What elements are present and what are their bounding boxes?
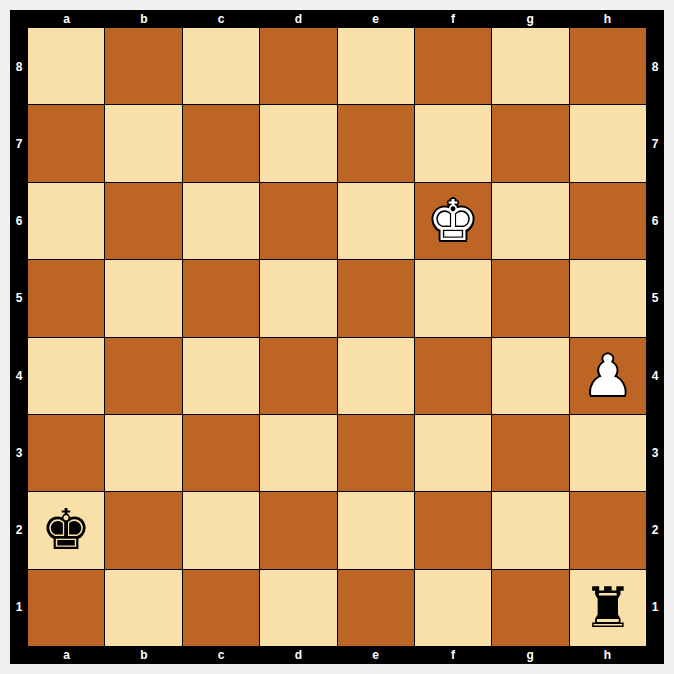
square-f3[interactable] (415, 415, 491, 491)
rank-labels-left: 87654321 (10, 28, 28, 646)
file-label-c-top: c (183, 10, 260, 28)
square-e3[interactable] (338, 415, 414, 491)
rank-label-8-right: 8 (646, 28, 664, 105)
square-b6[interactable] (105, 183, 181, 259)
square-c5[interactable] (183, 260, 259, 336)
square-c3[interactable] (183, 415, 259, 491)
square-a2[interactable]: ♚ (28, 492, 104, 568)
file-label-f-top: f (414, 10, 491, 28)
rank-label-6-right: 6 (646, 183, 664, 260)
square-h8[interactable] (570, 28, 646, 104)
file-label-b-bottom: b (105, 646, 182, 664)
square-a3[interactable] (28, 415, 104, 491)
rank-label-7-left: 7 (10, 105, 28, 182)
square-g7[interactable] (492, 105, 568, 181)
square-c8[interactable] (183, 28, 259, 104)
square-c2[interactable] (183, 492, 259, 568)
file-label-d-bottom: d (260, 646, 337, 664)
rank-label-1-left: 1 (10, 569, 28, 646)
square-d7[interactable] (260, 105, 336, 181)
square-b4[interactable] (105, 338, 181, 414)
square-h7[interactable] (570, 105, 646, 181)
square-f4[interactable] (415, 338, 491, 414)
square-h1[interactable]: ♜ (570, 570, 646, 646)
square-e5[interactable] (338, 260, 414, 336)
chess-board-frame: abcdefgh 87654321 ♚♟♚♜ 87654321 abcdefgh (10, 10, 664, 664)
rank-label-3-left: 3 (10, 414, 28, 491)
square-a5[interactable] (28, 260, 104, 336)
square-e2[interactable] (338, 492, 414, 568)
square-f2[interactable] (415, 492, 491, 568)
square-b5[interactable] (105, 260, 181, 336)
square-e7[interactable] (338, 105, 414, 181)
square-c4[interactable] (183, 338, 259, 414)
square-c6[interactable] (183, 183, 259, 259)
square-h4[interactable]: ♟ (570, 338, 646, 414)
square-e4[interactable] (338, 338, 414, 414)
square-e6[interactable] (338, 183, 414, 259)
rank-label-7-right: 7 (646, 105, 664, 182)
square-a8[interactable] (28, 28, 104, 104)
file-labels-bottom: abcdefgh (28, 646, 646, 664)
square-f8[interactable] (415, 28, 491, 104)
square-h5[interactable] (570, 260, 646, 336)
file-label-e-bottom: e (337, 646, 414, 664)
square-g8[interactable] (492, 28, 568, 104)
rank-label-6-left: 6 (10, 183, 28, 260)
square-g3[interactable] (492, 415, 568, 491)
square-d4[interactable] (260, 338, 336, 414)
rank-label-2-right: 2 (646, 492, 664, 569)
rank-labels-right: 87654321 (646, 28, 664, 646)
square-c1[interactable] (183, 570, 259, 646)
square-g5[interactable] (492, 260, 568, 336)
rank-label-3-right: 3 (646, 414, 664, 491)
square-b3[interactable] (105, 415, 181, 491)
square-d5[interactable] (260, 260, 336, 336)
square-e8[interactable] (338, 28, 414, 104)
square-h3[interactable] (570, 415, 646, 491)
square-f5[interactable] (415, 260, 491, 336)
square-f7[interactable] (415, 105, 491, 181)
file-label-h-bottom: h (569, 646, 646, 664)
black-king[interactable]: ♚ (41, 492, 91, 568)
chess-app-window: abcdefgh 87654321 ♚♟♚♜ 87654321 abcdefgh (0, 0, 674, 674)
rank-label-1-right: 1 (646, 569, 664, 646)
rank-label-2-left: 2 (10, 492, 28, 569)
square-a6[interactable] (28, 183, 104, 259)
file-label-d-top: d (260, 10, 337, 28)
file-label-e-top: e (337, 10, 414, 28)
square-g2[interactable] (492, 492, 568, 568)
square-d6[interactable] (260, 183, 336, 259)
square-b7[interactable] (105, 105, 181, 181)
square-g4[interactable] (492, 338, 568, 414)
square-a1[interactable] (28, 570, 104, 646)
file-label-h-top: h (569, 10, 646, 28)
square-a7[interactable] (28, 105, 104, 181)
square-d1[interactable] (260, 570, 336, 646)
rank-label-4-left: 4 (10, 337, 28, 414)
file-label-b-top: b (105, 10, 182, 28)
file-label-g-top: g (492, 10, 569, 28)
file-label-a-top: a (28, 10, 105, 28)
square-h6[interactable] (570, 183, 646, 259)
square-g1[interactable] (492, 570, 568, 646)
square-d2[interactable] (260, 492, 336, 568)
rank-label-4-right: 4 (646, 337, 664, 414)
rank-label-5-left: 5 (10, 260, 28, 337)
file-labels-top: abcdefgh (28, 10, 646, 28)
rank-label-8-left: 8 (10, 28, 28, 105)
square-e1[interactable] (338, 570, 414, 646)
square-c7[interactable] (183, 105, 259, 181)
black-rook[interactable]: ♜ (583, 570, 633, 646)
square-b2[interactable] (105, 492, 181, 568)
rank-label-5-right: 5 (646, 260, 664, 337)
file-label-f-bottom: f (414, 646, 491, 664)
file-label-g-bottom: g (492, 646, 569, 664)
file-label-c-bottom: c (183, 646, 260, 664)
square-f1[interactable] (415, 570, 491, 646)
white-pawn[interactable]: ♟ (583, 338, 633, 414)
square-d8[interactable] (260, 28, 336, 104)
square-b1[interactable] (105, 570, 181, 646)
square-d3[interactable] (260, 415, 336, 491)
square-h2[interactable] (570, 492, 646, 568)
square-f6[interactable]: ♚ (415, 183, 491, 259)
white-king[interactable]: ♚ (428, 183, 478, 259)
chess-board[interactable]: ♚♟♚♜ (28, 28, 646, 646)
square-b8[interactable] (105, 28, 181, 104)
file-label-a-bottom: a (28, 646, 105, 664)
square-a4[interactable] (28, 338, 104, 414)
square-g6[interactable] (492, 183, 568, 259)
